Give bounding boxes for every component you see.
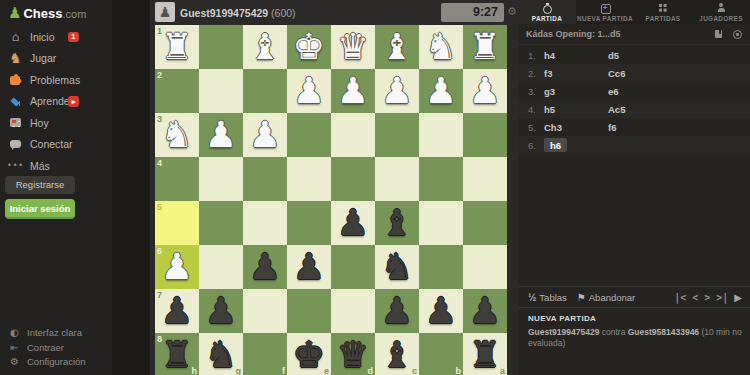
square-a1[interactable]: ♜ [463, 25, 507, 69]
move-number: 4. [518, 104, 544, 115]
move-number: 1. [518, 50, 544, 61]
black-move[interactable]: e6 [608, 86, 672, 97]
square-b5[interactable] [419, 201, 463, 245]
login-button[interactable]: Iniciar sesión [5, 199, 75, 219]
square-f4[interactable] [243, 157, 287, 201]
file-label: c [412, 366, 417, 375]
square-c5[interactable]: ♝ [375, 201, 419, 245]
game-area: ♟ Guest9199475429 (600) 9:27 ⚙ 1♜♝♚♛♝♞♜2… [150, 0, 518, 375]
sidebar: ♟ Chess.com ⌂Inicio1♞JugarProblemasApren… [0, 0, 112, 375]
move-row: 2.f3Cc6 [518, 64, 750, 82]
tab-label: NUEVA PARTIDA [577, 15, 633, 22]
new-game-title: NUEVA PARTIDA [528, 314, 742, 323]
nav-forward-button[interactable]: > [704, 292, 710, 303]
more-icon: ••• [9, 159, 22, 172]
home-icon: ⌂ [9, 30, 22, 43]
rank-label: 5 [157, 202, 162, 212]
resign-label: Abandonar [589, 292, 635, 303]
square-a6[interactable] [463, 245, 507, 289]
square-e2[interactable]: ♟ [287, 69, 331, 113]
square-h3[interactable]: 3♞ [155, 113, 199, 157]
sidebar-footer: ◐Interfaz clara⇤Contraer⚙Configuración [0, 326, 112, 370]
white-move[interactable]: h6 [544, 140, 608, 151]
square-b1[interactable]: ♞ [419, 25, 463, 69]
flag-icon: ⚑ [577, 292, 586, 303]
square-f6[interactable]: ♟ [243, 245, 287, 289]
grid-icon [658, 3, 668, 13]
rank-label: 4 [157, 158, 162, 168]
plus-icon [600, 3, 610, 13]
square-a7[interactable]: ♟ [463, 289, 507, 333]
square-c3[interactable] [375, 113, 419, 157]
opponent-username: Guest9199475429 [180, 7, 268, 19]
rank-label: 6 [157, 246, 162, 256]
square-c8[interactable]: c♝ [375, 333, 419, 375]
chat-icon [9, 138, 22, 151]
white-player-name[interactable]: Guest9199475429 [528, 327, 599, 337]
white-move[interactable]: f3 [544, 68, 608, 79]
square-c2[interactable]: ♟ [375, 69, 419, 113]
square-e4[interactable] [287, 157, 331, 201]
nav-last-button[interactable]: >| [716, 292, 728, 303]
square-h2[interactable]: 2 [155, 69, 199, 113]
opponent-name: Guest9199475429 (600) [180, 7, 296, 19]
square-g2[interactable] [199, 69, 243, 113]
tab-jugadores[interactable]: JUGADORES [692, 0, 750, 24]
square-c4[interactable] [375, 157, 419, 201]
move-row: 1.h4d5 [518, 46, 750, 64]
square-d1[interactable]: ♛ [331, 25, 375, 69]
chess-piece-white-b: ♝ [375, 25, 419, 69]
square-h7[interactable]: 7♟ [155, 289, 199, 333]
square-e1[interactable]: ♚ [287, 25, 331, 69]
square-e8[interactable]: e♚ [287, 333, 331, 375]
tab-label: PARTIDAS [646, 15, 681, 22]
theme-icon: ◐ [9, 327, 20, 338]
chess-piece-black-n: ♞ [375, 245, 419, 289]
square-e5[interactable] [287, 201, 331, 245]
draw-label: Tablas [539, 292, 566, 303]
rank-label: 1 [157, 26, 162, 36]
sidebar-item-label: Problemas [30, 74, 80, 86]
chess-piece-white-r: ♜ [463, 25, 507, 69]
logo-pawn-icon: ♟ [8, 6, 21, 21]
nav-back-button[interactable]: < [692, 292, 698, 303]
move-list: 1.h4d52.f3Cc63.g3e64.h5Ac55.Ch3f66.h6 [518, 46, 750, 154]
square-c7[interactable]: ♟ [375, 289, 419, 333]
white-move[interactable]: Ch3 [544, 122, 608, 133]
move-row: 6.h6 [518, 136, 750, 154]
footer-item-label: Interfaz clara [27, 327, 82, 338]
black-move[interactable]: f6 [608, 122, 672, 133]
explorer-icon[interactable] [732, 29, 742, 39]
square-e7[interactable] [287, 289, 331, 333]
opponent-clock: 9:27 [441, 3, 504, 22]
sidebar-item-inicio[interactable]: ⌂Inicio1 [0, 26, 112, 48]
square-d2[interactable]: ♟ [331, 69, 375, 113]
vs-label: contra [599, 327, 627, 337]
tab-nueva-partida[interactable]: NUEVA PARTIDA [576, 0, 634, 24]
move-number: 6. [518, 140, 544, 151]
logo-tld: .com [62, 8, 86, 20]
chess-piece-black-b: ♝ [375, 201, 419, 245]
square-a3[interactable] [463, 113, 507, 157]
draw-button[interactable]: ½ Tablas [528, 292, 567, 303]
sidebar-item-label: Hoy [30, 117, 49, 129]
tab-partidas[interactable]: PARTIDAS [634, 0, 692, 24]
nav-first-button[interactable]: |< [674, 292, 686, 303]
file-label: e [324, 366, 329, 375]
square-c6[interactable]: ♞ [375, 245, 419, 289]
game-controls: ½ Tablas ⚑ Abandonar |<<>>|▶ [518, 286, 750, 308]
chesscom-logo[interactable]: ♟ Chess.com [8, 6, 86, 21]
move-number: 2. [518, 68, 544, 79]
white-move[interactable]: h5 [544, 104, 608, 115]
notification-badge: ▸ [68, 96, 79, 107]
square-f2[interactable] [243, 69, 287, 113]
chess-piece-white-q: ♛ [331, 25, 375, 69]
sidebar-item-problemas[interactable]: Problemas [0, 69, 112, 91]
square-d8[interactable]: d♛ [331, 333, 375, 375]
square-d3[interactable] [331, 113, 375, 157]
footer-item-configuracion[interactable]: ⚙Configuración [0, 355, 112, 370]
footer-item-label: Contraer [27, 342, 64, 353]
move-number: 5. [518, 122, 544, 133]
tab-label: PARTIDA [532, 15, 562, 22]
move-row: 3.g3e6 [518, 82, 750, 100]
square-a4[interactable] [463, 157, 507, 201]
chess-piece-black-p: ♟ [287, 245, 331, 289]
current-move: h6 [544, 138, 567, 152]
square-g1[interactable] [199, 25, 243, 69]
chess-piece-black-p: ♟ [463, 289, 507, 333]
file-label: f [282, 366, 285, 375]
sidebar-item-label: Jugar [30, 52, 56, 64]
notification-badge: 1 [68, 32, 79, 43]
sidebar-item-label: Más [30, 160, 50, 172]
square-d7[interactable] [331, 289, 375, 333]
white-move[interactable]: g3 [544, 86, 608, 97]
signup-button[interactable]: Registrarse [5, 176, 75, 194]
tab-label: JUGADORES [699, 15, 743, 22]
square-h1[interactable]: 1♜ [155, 25, 199, 69]
square-g8[interactable]: g♞ [199, 333, 243, 375]
players-icon [716, 3, 726, 13]
rank-label: 2 [157, 70, 162, 80]
square-b3[interactable] [419, 113, 463, 157]
black-move[interactable]: Cc6 [608, 68, 672, 79]
square-f3[interactable]: ♟ [243, 113, 287, 157]
square-b2[interactable]: ♟ [419, 69, 463, 113]
sidebar-item-hoy[interactable]: Hoy [0, 112, 112, 134]
square-h5[interactable]: 5 [155, 201, 199, 245]
sidebar-nav: ⌂Inicio1♞JugarProblemasAprender▸HoyConec… [0, 26, 112, 177]
black-move[interactable]: Ac5 [608, 104, 672, 115]
panel-tabs: PARTIDA NUEVA PARTIDA PARTIDAS JUGADORES [518, 0, 750, 24]
black-move[interactable]: d5 [608, 50, 672, 61]
settings-icon: ⚙ [9, 356, 20, 367]
chess-piece-white-p: ♟ [243, 113, 287, 157]
chess-piece-black-p: ♟ [243, 245, 287, 289]
square-a8[interactable]: a♜ [463, 333, 507, 375]
rank-label: 3 [157, 114, 162, 124]
square-g3[interactable]: ♟ [199, 113, 243, 157]
sidebar-item-label: Inicio [30, 31, 55, 43]
file-label: g [236, 366, 242, 375]
square-f8[interactable]: f [243, 333, 287, 375]
opening-book-icon[interactable] [714, 29, 724, 39]
chess-piece-black-p: ♟ [375, 289, 419, 333]
chess-piece-white-p: ♟ [199, 113, 243, 157]
collapse-icon: ⇤ [9, 342, 20, 353]
chess-piece-white-p: ♟ [463, 69, 507, 113]
move-row: 5.Ch3f6 [518, 118, 750, 136]
square-g6[interactable] [199, 245, 243, 289]
chess-piece-white-k: ♚ [287, 25, 331, 69]
news-icon [9, 116, 22, 129]
sidebar-item-conectar[interactable]: Conectar [0, 134, 112, 156]
file-label: a [500, 366, 505, 375]
play-icon: ♞ [9, 52, 22, 65]
new-game-description: Guest9199475429 contra Guest9581433946 (… [528, 327, 742, 349]
sidebar-item-label: Conectar [30, 138, 73, 150]
file-label: d [368, 366, 374, 375]
square-g5[interactable] [199, 201, 243, 245]
nav-play-button[interactable]: ▶ [734, 292, 742, 303]
square-b4[interactable] [419, 157, 463, 201]
file-label: h [192, 366, 198, 375]
opponent-avatar: ♟ [155, 2, 175, 22]
chess-piece-white-b: ♝ [243, 25, 287, 69]
opening-row: Kádas Opening: 1...d5 [518, 24, 750, 45]
clock-icon [542, 3, 552, 13]
logo-brand: Chess [23, 6, 62, 21]
square-g4[interactable] [199, 157, 243, 201]
square-d6[interactable] [331, 245, 375, 289]
new-game-section: NUEVA PARTIDA Guest9199475429 contra Gue… [528, 314, 742, 349]
footer-item-contraer[interactable]: ⇤Contraer [0, 340, 112, 355]
learn-icon [9, 95, 22, 108]
resign-button[interactable]: ⚑ Abandonar [577, 292, 635, 303]
sidebar-item-label: Aprender [30, 95, 73, 107]
square-g7[interactable]: ♟ [199, 289, 243, 333]
chess-piece-white-p: ♟ [375, 69, 419, 113]
avatar-pawn-icon: ♟ [159, 4, 172, 20]
sidebar-item-aprender[interactable]: Aprender▸ [0, 91, 112, 113]
rank-label: 7 [157, 290, 162, 300]
chess-piece-white-p: ♟ [287, 69, 331, 113]
chess-piece-white-n: ♞ [419, 25, 463, 69]
move-number: 3. [518, 86, 544, 97]
square-h8[interactable]: 8h♜ [155, 333, 199, 375]
chess-piece-black-p: ♟ [331, 201, 375, 245]
square-a2[interactable]: ♟ [463, 69, 507, 113]
square-d5[interactable]: ♟ [331, 201, 375, 245]
square-c1[interactable]: ♝ [375, 25, 419, 69]
square-d4[interactable] [331, 157, 375, 201]
file-label: b [456, 366, 462, 375]
square-b7[interactable]: ♟ [419, 289, 463, 333]
square-e3[interactable] [287, 113, 331, 157]
square-f1[interactable]: ♝ [243, 25, 287, 69]
square-h4[interactable]: 4 [155, 157, 199, 201]
square-f5[interactable] [243, 201, 287, 245]
chess-board: 1♜♝♚♛♝♞♜2♟♟♟♟♟3♞♟♟45♟♝6♟♟♟♞7♟♟♟♟♟8h♜g♞fe… [155, 25, 507, 375]
square-h6[interactable]: 6♟ [155, 245, 199, 289]
chess-piece-white-p: ♟ [331, 69, 375, 113]
puzzle-icon [9, 73, 22, 86]
side-panel: PARTIDA NUEVA PARTIDA PARTIDAS JUGADORES… [518, 0, 750, 375]
square-a5[interactable] [463, 201, 507, 245]
white-move[interactable]: h4 [544, 50, 608, 61]
board-settings-gear-icon[interactable]: ⚙ [507, 5, 517, 18]
square-b8[interactable]: b [419, 333, 463, 375]
footer-item-interfaz-clara[interactable]: ◐Interfaz clara [0, 326, 112, 341]
tab-partida[interactable]: PARTIDA [518, 0, 576, 24]
square-e6[interactable]: ♟ [287, 245, 331, 289]
move-nav: |<<>>|▶ [674, 292, 742, 303]
opening-name: Kádas Opening: 1...d5 [526, 29, 714, 39]
footer-item-label: Configuración [27, 356, 86, 367]
sidebar-item-mas[interactable]: •••Más [0, 155, 112, 177]
sidebar-item-jugar[interactable]: ♞Jugar [0, 48, 112, 70]
opponent-rating: (600) [271, 7, 296, 19]
move-row: 4.h5Ac5 [518, 100, 750, 118]
chess-piece-black-p: ♟ [199, 289, 243, 333]
square-b6[interactable] [419, 245, 463, 289]
chess-piece-black-p: ♟ [419, 289, 463, 333]
square-f7[interactable] [243, 289, 287, 333]
rank-label: 8 [157, 334, 162, 344]
half-glyph: ½ [528, 292, 536, 303]
black-player-name[interactable]: Guest9581433946 [628, 327, 699, 337]
chess-piece-white-p: ♟ [419, 69, 463, 113]
